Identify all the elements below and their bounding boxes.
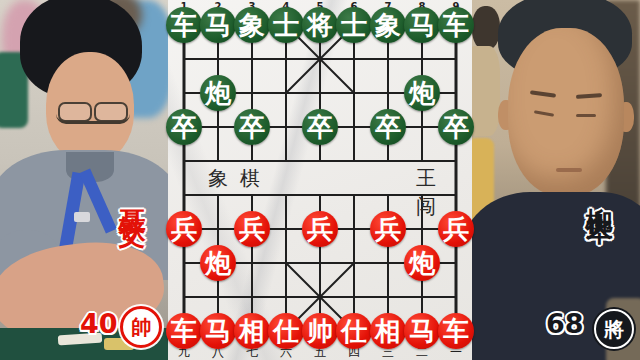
left-player-number: 40 [80,308,118,339]
piece-green-卒-0-3[interactable]: 卒 [166,109,202,145]
piece-red-相-2-9[interactable]: 相 [234,313,270,349]
piece-red-兵-0-6[interactable]: 兵 [166,211,202,247]
piece-red-兵-2-6[interactable]: 兵 [234,211,270,247]
piece-red-仕-5-9[interactable]: 仕 [336,313,372,349]
piece-red-兵-8-6[interactable]: 兵 [438,211,474,247]
left-player-glasses [56,104,130,124]
piece-green-卒-6-3[interactable]: 卒 [370,109,406,145]
right-player-badge: 將 [594,309,634,349]
right-player-name: 柳大华 [586,186,613,201]
right-player-photo: 柳大华 68 將 [472,0,640,360]
left-player-lanyard-clip [74,212,90,222]
piece-red-炮-1-7[interactable]: 炮 [200,245,236,281]
right-photo-bystander [472,46,500,136]
piece-red-兵-4-6[interactable]: 兵 [302,211,338,247]
piece-red-相-6-9[interactable]: 相 [370,313,406,349]
pieces-grid: 车马象士将士象马车炮炮卒卒卒卒卒兵兵兵兵兵炮炮车马相仕帅仕相马车 [167,8,473,348]
piece-red-车-8-9[interactable]: 车 [438,313,474,349]
left-player-name: 聂铁文 [119,188,146,203]
piece-green-卒-8-3[interactable]: 卒 [438,109,474,145]
piece-red-炮-7-7[interactable]: 炮 [404,245,440,281]
left-player-badge: 帥 [120,306,162,348]
piece-green-士-3-0[interactable]: 士 [268,7,304,43]
piece-green-车-8-0[interactable]: 车 [438,7,474,43]
piece-green-象-2-0[interactable]: 象 [234,7,270,43]
right-player-mouth [556,168,582,172]
piece-green-士-5-0[interactable]: 士 [336,7,372,43]
piece-green-卒-4-3[interactable]: 卒 [302,109,338,145]
piece-green-炮-1-2[interactable]: 炮 [200,75,236,111]
piece-red-马-7-9[interactable]: 马 [404,313,440,349]
piece-green-车-0-0[interactable]: 车 [166,7,202,43]
piece-red-兵-6-6[interactable]: 兵 [370,211,406,247]
piece-green-象-6-0[interactable]: 象 [370,7,406,43]
right-player-eye [576,114,596,117]
piece-green-炮-7-2[interactable]: 炮 [404,75,440,111]
right-player-number: 68 [546,308,584,339]
broadcast-frame: 聂铁文 40 帥 [0,0,640,360]
piece-red-帅-4-9[interactable]: 帅 [302,313,338,349]
left-player-photo: 聂铁文 40 帥 [0,0,168,360]
piece-green-马-1-0[interactable]: 马 [200,7,236,43]
piece-green-卒-2-3[interactable]: 卒 [234,109,270,145]
piece-red-车-0-9[interactable]: 车 [166,313,202,349]
piece-green-将-4-0[interactable]: 将 [302,7,338,43]
piece-green-马-7-0[interactable]: 马 [404,7,440,43]
right-photo-bystander [472,6,500,50]
piece-red-马-1-9[interactable]: 马 [200,313,236,349]
xiangqi-board[interactable]: 123456789 九八七六五四三二一 象棋 王闯 车马象士将士象马车炮炮卒卒卒… [168,0,472,360]
piece-red-仕-3-9[interactable]: 仕 [268,313,304,349]
